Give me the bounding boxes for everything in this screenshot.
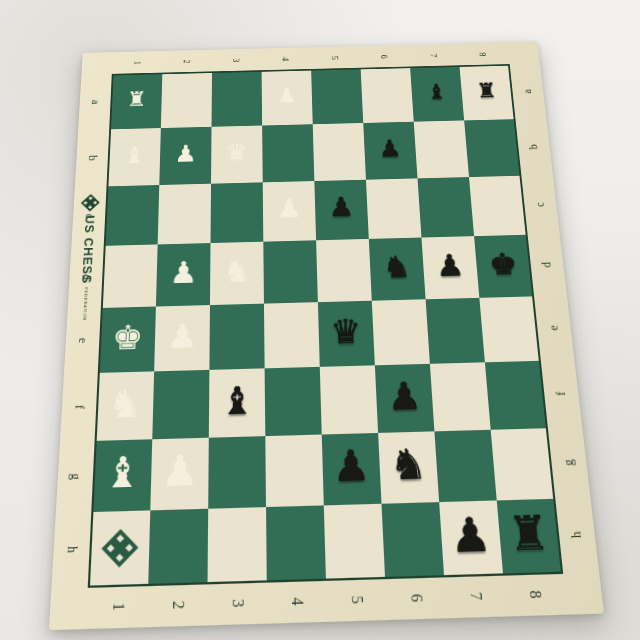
- square-a7[interactable]: ♝: [410, 66, 464, 122]
- square-d8[interactable]: ♚: [474, 235, 533, 298]
- black-king-d8[interactable]: ♚: [488, 249, 519, 279]
- square-d3[interactable]: ♞: [210, 242, 264, 305]
- square-f6[interactable]: ♟: [375, 364, 435, 433]
- white-pawn-a4[interactable]: ♟: [277, 86, 297, 106]
- square-f7[interactable]: [430, 362, 491, 431]
- square-g2[interactable]: ♟: [150, 438, 209, 511]
- square-a8[interactable]: ♜: [459, 65, 514, 121]
- square-b8[interactable]: [464, 119, 520, 177]
- square-a6[interactable]: [361, 67, 414, 123]
- square-e7[interactable]: [426, 298, 485, 364]
- square-d7[interactable]: ♟: [421, 236, 479, 299]
- us-chess-corner-logo-icon: [101, 528, 139, 568]
- black-knight-d6[interactable]: ♞: [382, 252, 412, 282]
- square-c4[interactable]: ♟: [263, 181, 316, 242]
- square-d6[interactable]: ♞: [369, 238, 426, 301]
- square-g7[interactable]: [434, 430, 496, 502]
- square-d1[interactable]: [102, 244, 158, 308]
- square-c8[interactable]: [469, 176, 527, 236]
- white-pawn-c4[interactable]: ♟: [276, 196, 302, 223]
- square-c2[interactable]: [158, 184, 211, 245]
- square-b4[interactable]: [262, 124, 314, 182]
- black-pawn-b6[interactable]: ♟: [378, 137, 402, 160]
- square-e4[interactable]: [264, 302, 320, 368]
- square-a5[interactable]: [311, 69, 363, 125]
- white-rook-a1[interactable]: ♜: [126, 89, 147, 109]
- square-g3[interactable]: [208, 436, 266, 509]
- square-f4[interactable]: [265, 367, 322, 436]
- white-queen-b3[interactable]: ♛: [226, 141, 249, 164]
- square-f3[interactable]: ♝: [209, 368, 265, 437]
- square-b2[interactable]: ♟: [159, 127, 211, 185]
- square-f5[interactable]: [320, 365, 378, 434]
- square-a1[interactable]: ♜: [110, 73, 162, 129]
- square-d5[interactable]: [316, 239, 372, 302]
- square-a3[interactable]: [212, 71, 263, 127]
- square-h8[interactable]: ♜: [497, 499, 562, 575]
- square-d2[interactable]: ♟: [156, 243, 211, 306]
- black-pawn-h7[interactable]: ♟: [449, 512, 493, 561]
- square-h5[interactable]: [324, 504, 385, 580]
- square-f8[interactable]: [485, 361, 547, 430]
- square-h6[interactable]: [382, 502, 445, 578]
- black-pawn-c5[interactable]: ♟: [328, 195, 354, 222]
- square-e3[interactable]: [209, 304, 264, 370]
- square-g6[interactable]: ♞: [378, 431, 439, 503]
- square-e2[interactable]: ♟: [154, 305, 210, 371]
- square-c1[interactable]: [105, 185, 160, 246]
- chess-board: 1122334455667788aabbccddeeffgghh♜♟♝♜♝♟♛♟…: [49, 42, 604, 630]
- square-g1[interactable]: ♝: [92, 439, 152, 512]
- white-bishop-b1[interactable]: ♝: [123, 143, 146, 167]
- square-c7[interactable]: [418, 177, 475, 237]
- black-queen-e5[interactable]: ♛: [330, 314, 362, 348]
- square-h4[interactable]: [266, 505, 326, 581]
- square-h7[interactable]: ♟: [439, 500, 503, 576]
- white-pawn-e2[interactable]: ♟: [166, 319, 198, 354]
- square-b7[interactable]: [414, 120, 469, 178]
- black-knight-g6[interactable]: ♞: [388, 443, 428, 486]
- square-d4[interactable]: [263, 240, 318, 303]
- table-background: 1122334455667788aabbccddeeffgghh♜♟♝♜♝♟♛♟…: [0, 0, 640, 640]
- square-a2[interactable]: [161, 72, 212, 128]
- square-h3[interactable]: [208, 507, 267, 583]
- black-rook-h8[interactable]: ♜: [506, 510, 551, 558]
- square-b6[interactable]: ♟: [363, 122, 417, 180]
- black-bishop-f3[interactable]: ♝: [220, 381, 255, 420]
- white-pawn-g2[interactable]: ♟: [161, 450, 199, 494]
- white-pawn-b2[interactable]: ♟: [174, 142, 197, 165]
- square-c5[interactable]: ♟: [314, 180, 368, 241]
- square-f1[interactable]: ♞: [96, 371, 154, 440]
- black-bishop-a7[interactable]: ♝: [426, 82, 447, 102]
- square-g4[interactable]: [265, 435, 323, 508]
- square-g5[interactable]: ♟: [322, 433, 382, 505]
- square-c6[interactable]: [366, 178, 421, 239]
- white-king-e1[interactable]: ♚: [111, 320, 143, 355]
- square-b1[interactable]: ♝: [107, 128, 160, 186]
- square-b3[interactable]: ♛: [211, 126, 263, 184]
- square-c3[interactable]: [211, 182, 264, 243]
- square-h2[interactable]: [148, 509, 208, 585]
- square-f2[interactable]: [152, 370, 209, 439]
- black-pawn-d7[interactable]: ♟: [435, 250, 465, 280]
- white-knight-d3[interactable]: ♞: [223, 256, 251, 287]
- square-e1[interactable]: ♚: [99, 307, 156, 373]
- square-a4[interactable]: ♟: [262, 70, 313, 126]
- black-pawn-f6[interactable]: ♟: [386, 377, 422, 416]
- white-knight-f1[interactable]: ♞: [107, 384, 143, 423]
- square-h1[interactable]: [89, 510, 150, 586]
- chess-mat: 1122334455667788aabbccddeeffgghh♜♟♝♜♝♟♛♟…: [49, 42, 604, 630]
- square-g8[interactable]: [491, 428, 555, 500]
- white-bishop-g1[interactable]: ♝: [103, 451, 142, 495]
- square-e6[interactable]: [372, 299, 430, 365]
- square-e8[interactable]: [479, 296, 539, 362]
- square-b5[interactable]: [313, 123, 366, 181]
- square-e5[interactable]: ♛: [318, 301, 375, 367]
- white-pawn-d2[interactable]: ♟: [169, 257, 198, 288]
- black-pawn-g5[interactable]: ♟: [332, 445, 371, 489]
- black-rook-a8[interactable]: ♜: [476, 81, 498, 101]
